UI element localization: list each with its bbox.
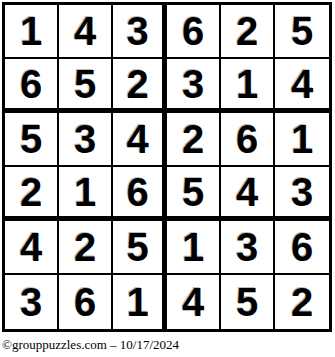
cell-r5c4: 1 (167, 221, 221, 275)
cell-r5c2: 2 (59, 221, 113, 275)
cell-r3c2: 3 (59, 113, 113, 167)
cell-r3c3: 4 (113, 113, 167, 167)
puzzle-page: 143625652314534261216543425136361452 ©gr… (0, 0, 335, 357)
cell-r4c3: 6 (113, 167, 167, 221)
cell-r3c6: 1 (275, 113, 329, 167)
cell-r1c4: 6 (167, 5, 221, 59)
cell-r6c5: 5 (221, 275, 275, 329)
cell-r4c6: 3 (275, 167, 329, 221)
cell-r2c1: 6 (5, 59, 59, 113)
sudoku-board: 143625652314534261216543425136361452 (2, 2, 332, 332)
cell-r6c4: 4 (167, 275, 221, 329)
cell-r1c3: 3 (113, 5, 167, 59)
cell-r6c6: 2 (275, 275, 329, 329)
cell-r4c5: 4 (221, 167, 275, 221)
cell-r3c1: 5 (5, 113, 59, 167)
cell-r2c4: 3 (167, 59, 221, 113)
cell-r5c3: 5 (113, 221, 167, 275)
cell-r2c5: 1 (221, 59, 275, 113)
cell-r1c5: 2 (221, 5, 275, 59)
cell-r4c2: 1 (59, 167, 113, 221)
cell-r4c4: 5 (167, 167, 221, 221)
cell-r6c1: 3 (5, 275, 59, 329)
cell-r5c1: 4 (5, 221, 59, 275)
cell-r6c2: 6 (59, 275, 113, 329)
copyright-credit: ©grouppuzzles.com – 10/17/2024 (2, 337, 179, 353)
cell-r3c4: 2 (167, 113, 221, 167)
cell-r6c3: 1 (113, 275, 167, 329)
cell-r1c2: 4 (59, 5, 113, 59)
cell-r2c2: 5 (59, 59, 113, 113)
cell-r1c6: 5 (275, 5, 329, 59)
cell-r4c1: 2 (5, 167, 59, 221)
cell-r2c6: 4 (275, 59, 329, 113)
cell-r3c5: 6 (221, 113, 275, 167)
cell-r1c1: 1 (5, 5, 59, 59)
cell-r2c3: 2 (113, 59, 167, 113)
cell-r5c6: 6 (275, 221, 329, 275)
cell-r5c5: 3 (221, 221, 275, 275)
